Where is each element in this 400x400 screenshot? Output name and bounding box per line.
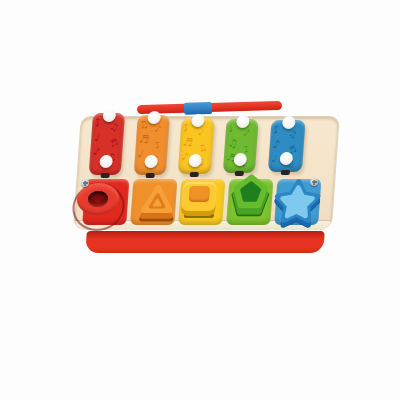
xylophone-bar-blue: ♪♫♪♬♩♫ [268,120,306,172]
xylophone-peg [144,155,158,168]
peg-mount [234,171,243,176]
xylophone-peg [281,116,295,129]
music-note: ♫ [108,122,119,133]
music-note: ♪ [182,122,191,133]
red-tray [85,231,325,253]
xylophone-peg [191,114,205,127]
xylophone-bar-yellow: ♪♩♬♫♪♫ [178,118,215,174]
music-note: ♩ [137,149,145,160]
xylophone-peg [147,111,161,124]
peg-mount [145,173,154,178]
peg-mount [100,173,109,178]
music-note: ♪ [93,117,102,128]
xylophone-shape-sorter-toy: ♪♫♩♬♪♫♫♪♬♪♩♪♪♩♬♫♪♫♩♪♫♪♬♪♪♫♪♬♩♫ [72,117,339,253]
music-note: ♬ [138,133,150,145]
music-note: ♪ [153,124,162,134]
music-note: ♩ [197,128,205,138]
music-note: ♬ [182,136,194,148]
music-note: ♪ [272,124,281,135]
xylophone-peg [102,109,116,122]
music-note: ♩ [270,154,278,165]
music-note: ♪ [272,139,281,151]
music-note: ♩ [227,124,234,135]
music-note: ♫ [197,143,208,155]
xylophone-bar-red: ♪♫♩♬♪♫ [89,113,125,175]
music-note: ♪ [153,140,162,151]
toy-photo: ♪♫♩♬♪♫♫♪♬♪♩♪♪♩♬♫♪♫♩♪♫♪♬♪♪♫♪♬♩♫ [0,0,400,400]
music-note: ♪ [92,146,101,157]
xylophone-peg [235,115,249,128]
music-note: ♬ [108,138,119,150]
mallet-band [184,101,212,114]
xylophone-bar-orange: ♫♪♬♪♩♪ [134,115,170,175]
music-note: ♩ [93,132,100,144]
music-note: ♫ [287,129,298,140]
music-note: ♫ [227,137,239,149]
peg-mount [280,170,289,175]
xylophone-bars: ♪♫♩♬♪♫♫♪♬♪♩♪♪♩♬♫♪♫♩♪♫♪♬♪♪♫♪♬♩♫ [76,117,339,197]
peg-mount [190,172,199,177]
xylophone-peg [99,155,113,168]
xylophone-bar-green: ♩♪♫♪♬♪ [223,119,259,173]
music-note: ♪ [242,128,251,138]
